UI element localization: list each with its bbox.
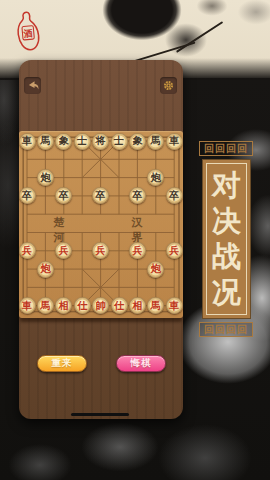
battle-status-banner: 对 决 战 况 — [202, 159, 251, 319]
red-seal-stamp: 酒 — [12, 9, 44, 55]
piece-red-炮[interactable]: 炮 — [37, 261, 54, 278]
game-panel: 楚 河 汉 界 車馬象士将士象馬車炮炮卒卒卒卒卒兵兵兵兵兵炮炮車馬相仕帥仕相馬車… — [19, 60, 183, 419]
banner-char: 战 — [212, 242, 241, 271]
piece-red-兵[interactable]: 兵 — [166, 242, 183, 259]
piece-black-卒[interactable]: 卒 — [166, 187, 183, 204]
banner-char: 况 — [212, 278, 241, 307]
restart-button[interactable]: 重来 — [37, 355, 87, 372]
back-button[interactable] — [24, 77, 41, 94]
piece-black-車[interactable]: 車 — [19, 133, 36, 150]
piece-black-車[interactable]: 車 — [166, 133, 183, 150]
piece-red-馬[interactable]: 馬 — [37, 297, 54, 314]
piece-red-車[interactable]: 車 — [19, 297, 36, 314]
piece-black-馬[interactable]: 馬 — [37, 133, 54, 150]
piece-black-卒[interactable]: 卒 — [19, 187, 36, 204]
piece-black-馬[interactable]: 馬 — [147, 133, 164, 150]
banner-char: 决 — [212, 207, 241, 236]
settings-button[interactable] — [160, 77, 177, 94]
piece-red-炮[interactable]: 炮 — [147, 261, 164, 278]
piece-black-象[interactable]: 象 — [129, 133, 146, 150]
undo-move-button[interactable]: 悔棋 — [116, 355, 166, 372]
piece-black-炮[interactable]: 炮 — [147, 169, 164, 186]
piece-red-兵[interactable]: 兵 — [129, 242, 146, 259]
piece-black-士[interactable]: 士 — [111, 133, 128, 150]
piece-red-馬[interactable]: 馬 — [147, 297, 164, 314]
app-screen: 酒 回回回回回 对 决 战 况 回回回回回 — [0, 0, 270, 480]
gear-icon — [162, 79, 175, 92]
piece-red-相[interactable]: 相 — [55, 297, 72, 314]
piece-red-仕[interactable]: 仕 — [111, 297, 128, 314]
piece-layer: 車馬象士将士象馬車炮炮卒卒卒卒卒兵兵兵兵兵炮炮車馬相仕帥仕相馬車 — [19, 131, 183, 318]
piece-black-卒[interactable]: 卒 — [129, 187, 146, 204]
piece-black-卒[interactable]: 卒 — [55, 187, 72, 204]
piece-black-士[interactable]: 士 — [74, 133, 91, 150]
piece-black-象[interactable]: 象 — [55, 133, 72, 150]
gourd-seal-outline: 酒 — [12, 9, 44, 55]
meander-border-bottom: 回回回回回 — [199, 322, 253, 337]
piece-red-兵[interactable]: 兵 — [55, 242, 72, 259]
meander-border-top: 回回回回回 — [199, 141, 253, 156]
piece-red-帥[interactable]: 帥 — [92, 297, 109, 314]
piece-red-兵[interactable]: 兵 — [92, 242, 109, 259]
piece-red-仕[interactable]: 仕 — [74, 297, 91, 314]
banner-frame: 对 决 战 况 — [206, 163, 247, 315]
piece-black-卒[interactable]: 卒 — [92, 187, 109, 204]
piece-red-車[interactable]: 車 — [166, 297, 183, 314]
seal-character: 酒 — [22, 28, 33, 39]
piece-black-将[interactable]: 将 — [92, 133, 109, 150]
piece-red-相[interactable]: 相 — [129, 297, 146, 314]
piece-red-兵[interactable]: 兵 — [19, 242, 36, 259]
banner-char: 对 — [212, 171, 241, 200]
piece-black-炮[interactable]: 炮 — [37, 169, 54, 186]
xiangqi-board[interactable]: 楚 河 汉 界 車馬象士将士象馬車炮炮卒卒卒卒卒兵兵兵兵兵炮炮車馬相仕帥仕相馬車 — [19, 131, 183, 318]
home-indicator — [71, 413, 129, 416]
back-arrow-icon — [26, 79, 39, 92]
